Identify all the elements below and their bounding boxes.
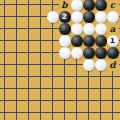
- stone-black[interactable]: [107, 47, 119, 59]
- stone-white[interactable]: [59, 35, 71, 47]
- stone-white[interactable]: [71, 11, 83, 23]
- stone-white[interactable]: [71, 23, 83, 35]
- stone-black[interactable]: [95, 0, 107, 11]
- point-label-c[interactable]: c: [107, 0, 119, 11]
- point-label-a[interactable]: a: [107, 23, 119, 35]
- stone-black[interactable]: [83, 0, 95, 11]
- stone-white[interactable]: [59, 47, 71, 59]
- stone-black[interactable]: [71, 35, 83, 47]
- stone-black-move-2[interactable]: 2: [59, 11, 71, 23]
- stone-white[interactable]: [83, 23, 95, 35]
- stone-white[interactable]: [71, 0, 83, 11]
- point-label-b[interactable]: b: [59, 0, 71, 11]
- stone-white-move-1[interactable]: 1: [107, 35, 119, 47]
- stone-black[interactable]: [95, 47, 107, 59]
- stone-black[interactable]: [59, 23, 71, 35]
- stone-white[interactable]: [107, 11, 119, 23]
- go-board[interactable]: 21bcad: [0, 0, 120, 120]
- point-label-d[interactable]: d: [107, 59, 119, 71]
- stone-black[interactable]: [83, 35, 95, 47]
- stone-black[interactable]: [83, 47, 95, 59]
- stone-white[interactable]: [95, 11, 107, 23]
- stone-black[interactable]: [83, 11, 95, 23]
- stone-black[interactable]: [95, 35, 107, 47]
- stone-white[interactable]: [83, 59, 95, 71]
- stone-white[interactable]: [95, 59, 107, 71]
- stone-white[interactable]: [47, 11, 59, 23]
- stone-white[interactable]: [95, 23, 107, 35]
- stone-white[interactable]: [71, 47, 83, 59]
